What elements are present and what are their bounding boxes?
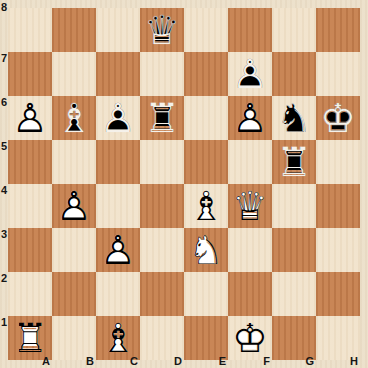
square-c2[interactable] <box>96 272 140 316</box>
rank-label-6: 6 <box>1 97 7 108</box>
file-label-g: G <box>302 356 314 367</box>
file-label-e: E <box>214 356 226 367</box>
pawn-glyph-outline: ♙ <box>96 96 140 140</box>
square-a6[interactable]: ♟♙ <box>8 96 52 140</box>
square-g1[interactable] <box>272 316 316 360</box>
piece-white-pawn-b4[interactable]: ♟♙ <box>52 184 96 228</box>
chess-board: ♛♕♟♙♟♙♝♗♟♙♜♖♟♙♞♘♚♔♜♖♟♙♝♗♛♕♟♙♞♘♜♖♝♗♚♔ <box>8 8 360 360</box>
bishop-glyph-outline: ♗ <box>52 96 96 140</box>
piece-white-knight-e3[interactable]: ♞♘ <box>184 228 228 272</box>
chess-board-page: ♛♕♟♙♟♙♝♗♟♙♜♖♟♙♞♘♚♔♜♖♟♙♝♗♛♕♟♙♞♘♜♖♝♗♚♔ 876… <box>0 0 368 368</box>
piece-black-knight-g6[interactable]: ♞♘ <box>272 96 316 140</box>
piece-white-queen-f4[interactable]: ♛♕ <box>228 184 272 228</box>
rank-label-5: 5 <box>1 141 7 152</box>
square-a7[interactable] <box>8 52 52 96</box>
square-g6[interactable]: ♞♘ <box>272 96 316 140</box>
piece-black-rook-g5[interactable]: ♜♖ <box>272 140 316 184</box>
rank-label-4: 4 <box>1 185 7 196</box>
pawn-glyph-outline: ♙ <box>96 228 140 272</box>
square-f2[interactable] <box>228 272 272 316</box>
square-e2[interactable] <box>184 272 228 316</box>
square-c3[interactable]: ♟♙ <box>96 228 140 272</box>
square-h8[interactable] <box>316 8 360 52</box>
bishop-glyph-outline: ♗ <box>96 316 140 360</box>
pawn-glyph-outline: ♙ <box>8 96 52 140</box>
square-a5[interactable] <box>8 140 52 184</box>
square-c1[interactable]: ♝♗ <box>96 316 140 360</box>
square-e4[interactable]: ♝♗ <box>184 184 228 228</box>
pawn-glyph-outline: ♙ <box>52 184 96 228</box>
square-e8[interactable] <box>184 8 228 52</box>
square-f6[interactable]: ♟♙ <box>228 96 272 140</box>
square-c8[interactable] <box>96 8 140 52</box>
piece-white-pawn-a6[interactable]: ♟♙ <box>8 96 52 140</box>
square-f1[interactable]: ♚♔ <box>228 316 272 360</box>
square-d2[interactable] <box>140 272 184 316</box>
square-h3[interactable] <box>316 228 360 272</box>
square-g2[interactable] <box>272 272 316 316</box>
square-d4[interactable] <box>140 184 184 228</box>
rank-label-3: 3 <box>1 229 7 240</box>
square-f4[interactable]: ♛♕ <box>228 184 272 228</box>
square-g7[interactable] <box>272 52 316 96</box>
square-b8[interactable] <box>52 8 96 52</box>
rank-label-1: 1 <box>1 317 7 328</box>
square-a4[interactable] <box>8 184 52 228</box>
piece-white-rook-a1[interactable]: ♜♖ <box>8 316 52 360</box>
file-label-h: H <box>346 356 358 367</box>
piece-black-queen-d8[interactable]: ♛♕ <box>140 8 184 52</box>
piece-white-pawn-c3[interactable]: ♟♙ <box>96 228 140 272</box>
square-h1[interactable] <box>316 316 360 360</box>
square-g5[interactable]: ♜♖ <box>272 140 316 184</box>
piece-black-bishop-b6[interactable]: ♝♗ <box>52 96 96 140</box>
square-c6[interactable]: ♟♙ <box>96 96 140 140</box>
square-d1[interactable] <box>140 316 184 360</box>
square-h6[interactable]: ♚♔ <box>316 96 360 140</box>
square-e7[interactable] <box>184 52 228 96</box>
square-d7[interactable] <box>140 52 184 96</box>
piece-black-pawn-f7[interactable]: ♟♙ <box>228 52 272 96</box>
square-f5[interactable] <box>228 140 272 184</box>
square-g4[interactable] <box>272 184 316 228</box>
square-h4[interactable] <box>316 184 360 228</box>
piece-white-king-f1[interactable]: ♚♔ <box>228 316 272 360</box>
square-d6[interactable]: ♜♖ <box>140 96 184 140</box>
pawn-glyph-outline: ♙ <box>228 52 272 96</box>
square-c7[interactable] <box>96 52 140 96</box>
file-label-b: B <box>82 356 94 367</box>
square-d3[interactable] <box>140 228 184 272</box>
square-e3[interactable]: ♞♘ <box>184 228 228 272</box>
bishop-glyph-outline: ♗ <box>184 184 228 228</box>
square-e1[interactable] <box>184 316 228 360</box>
piece-black-king-h6[interactable]: ♚♔ <box>316 96 360 140</box>
square-c4[interactable] <box>96 184 140 228</box>
square-d8[interactable]: ♛♕ <box>140 8 184 52</box>
rook-glyph-outline: ♖ <box>140 96 184 140</box>
square-c5[interactable] <box>96 140 140 184</box>
square-g3[interactable] <box>272 228 316 272</box>
piece-white-bishop-e4[interactable]: ♝♗ <box>184 184 228 228</box>
square-d5[interactable] <box>140 140 184 184</box>
square-b6[interactable]: ♝♗ <box>52 96 96 140</box>
square-h5[interactable] <box>316 140 360 184</box>
square-a3[interactable] <box>8 228 52 272</box>
rank-label-2: 2 <box>1 273 7 284</box>
square-f7[interactable]: ♟♙ <box>228 52 272 96</box>
square-g8[interactable] <box>272 8 316 52</box>
piece-white-bishop-c1[interactable]: ♝♗ <box>96 316 140 360</box>
pawn-glyph-outline: ♙ <box>228 96 272 140</box>
rank-label-8: 8 <box>1 2 7 13</box>
rook-glyph-outline: ♖ <box>272 140 316 184</box>
knight-glyph-outline: ♘ <box>272 96 316 140</box>
piece-white-pawn-f6[interactable]: ♟♙ <box>228 96 272 140</box>
square-e5[interactable] <box>184 140 228 184</box>
king-glyph-outline: ♔ <box>228 316 272 360</box>
rank-label-7: 7 <box>1 53 7 64</box>
piece-black-pawn-c6[interactable]: ♟♙ <box>96 96 140 140</box>
rook-glyph-outline: ♖ <box>8 316 52 360</box>
square-e6[interactable] <box>184 96 228 140</box>
square-a8[interactable] <box>8 8 52 52</box>
square-b5[interactable] <box>52 140 96 184</box>
square-a1[interactable]: ♜♖ <box>8 316 52 360</box>
knight-glyph-outline: ♘ <box>184 228 228 272</box>
square-b7[interactable] <box>52 52 96 96</box>
king-glyph-outline: ♔ <box>316 96 360 140</box>
queen-glyph-outline: ♕ <box>228 184 272 228</box>
square-f8[interactable] <box>228 8 272 52</box>
square-b1[interactable] <box>52 316 96 360</box>
square-f3[interactable] <box>228 228 272 272</box>
file-label-d: D <box>170 356 182 367</box>
square-h2[interactable] <box>316 272 360 316</box>
square-a2[interactable] <box>8 272 52 316</box>
piece-black-rook-d6[interactable]: ♜♖ <box>140 96 184 140</box>
square-b4[interactable]: ♟♙ <box>52 184 96 228</box>
queen-glyph-outline: ♕ <box>140 8 184 52</box>
square-b3[interactable] <box>52 228 96 272</box>
square-h7[interactable] <box>316 52 360 96</box>
square-b2[interactable] <box>52 272 96 316</box>
